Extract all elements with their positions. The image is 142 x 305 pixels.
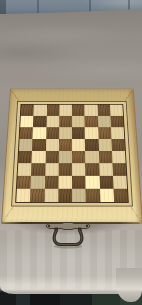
square-f6 bbox=[85, 127, 98, 139]
square-g2 bbox=[99, 176, 113, 189]
square-h6 bbox=[111, 127, 125, 139]
chessboard-grid bbox=[16, 105, 128, 202]
handle-screw bbox=[86, 225, 88, 227]
square-g3 bbox=[99, 163, 113, 176]
square-e5 bbox=[72, 139, 85, 151]
square-b1 bbox=[30, 189, 44, 202]
square-c1 bbox=[44, 189, 58, 202]
square-h4 bbox=[112, 151, 126, 163]
square-h3 bbox=[112, 163, 126, 176]
square-g5 bbox=[98, 139, 112, 151]
frame-miter-joint bbox=[122, 90, 134, 105]
square-d6 bbox=[59, 127, 72, 139]
square-h7 bbox=[110, 116, 123, 127]
square-a7 bbox=[20, 116, 33, 127]
square-a8 bbox=[21, 105, 34, 116]
square-f1 bbox=[86, 189, 100, 202]
square-c3 bbox=[45, 163, 59, 176]
square-a2 bbox=[17, 176, 31, 189]
square-a6 bbox=[20, 127, 34, 139]
square-d2 bbox=[58, 176, 72, 189]
carry-handle bbox=[44, 220, 92, 250]
frame-miter-joint bbox=[2, 202, 16, 223]
square-a1 bbox=[16, 189, 30, 202]
square-c2 bbox=[44, 176, 58, 189]
square-b4 bbox=[32, 151, 46, 163]
handle-backplate bbox=[46, 223, 90, 230]
frame-miter-joint bbox=[128, 202, 142, 223]
square-d8 bbox=[59, 105, 72, 116]
square-b8 bbox=[34, 105, 47, 116]
board-scene bbox=[0, 0, 142, 305]
square-h2 bbox=[113, 176, 127, 189]
frame-miter-joint bbox=[10, 90, 22, 105]
square-b5 bbox=[32, 139, 46, 151]
square-g7 bbox=[97, 116, 110, 127]
board-inlay-border bbox=[15, 104, 129, 203]
square-c4 bbox=[45, 151, 59, 163]
square-a5 bbox=[19, 139, 33, 151]
photo-scene bbox=[0, 0, 142, 305]
square-a3 bbox=[18, 163, 32, 176]
square-g8 bbox=[97, 105, 110, 116]
square-e7 bbox=[72, 116, 85, 127]
square-c7 bbox=[46, 116, 59, 127]
square-e2 bbox=[72, 176, 86, 189]
square-g1 bbox=[100, 189, 114, 202]
chessboard-box-lid bbox=[1, 89, 142, 224]
handle-bail-sheen bbox=[54, 230, 82, 245]
square-e6 bbox=[72, 127, 85, 139]
square-b2 bbox=[31, 176, 45, 189]
square-h8 bbox=[110, 105, 123, 116]
square-c6 bbox=[46, 127, 59, 139]
square-f5 bbox=[85, 139, 98, 151]
square-h5 bbox=[111, 139, 125, 151]
square-f4 bbox=[85, 151, 99, 163]
square-f8 bbox=[85, 105, 98, 116]
square-g6 bbox=[98, 127, 111, 139]
square-f2 bbox=[86, 176, 100, 189]
square-d7 bbox=[59, 116, 72, 127]
square-e4 bbox=[72, 151, 85, 163]
handle-bail bbox=[54, 230, 82, 245]
square-b7 bbox=[33, 116, 46, 127]
square-f7 bbox=[85, 116, 98, 127]
square-a4 bbox=[18, 151, 32, 163]
square-e1 bbox=[72, 189, 86, 202]
square-b3 bbox=[31, 163, 45, 176]
square-d5 bbox=[59, 139, 72, 151]
square-e3 bbox=[72, 163, 86, 176]
square-d3 bbox=[58, 163, 72, 176]
square-c8 bbox=[46, 105, 59, 116]
square-d4 bbox=[59, 151, 72, 163]
square-h1 bbox=[113, 189, 128, 202]
square-d1 bbox=[58, 189, 72, 202]
handle-screw bbox=[48, 225, 50, 227]
square-g4 bbox=[98, 151, 112, 163]
square-c5 bbox=[45, 139, 58, 151]
square-f3 bbox=[85, 163, 99, 176]
square-e8 bbox=[72, 105, 85, 116]
square-b6 bbox=[33, 127, 46, 139]
